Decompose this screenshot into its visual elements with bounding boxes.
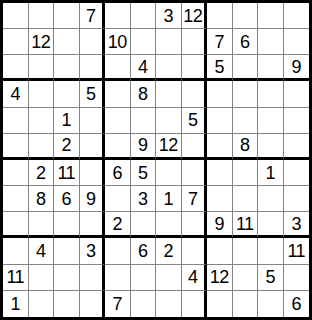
cell-r5c12-empty[interactable] bbox=[284, 108, 310, 134]
cell-r10c4-given[interactable]: 3 bbox=[80, 238, 106, 264]
cell-r6c6-given[interactable]: 9 bbox=[131, 134, 157, 160]
cell-r2c5-given[interactable]: 10 bbox=[105, 29, 131, 55]
cell-r6c7-given[interactable]: 12 bbox=[156, 134, 182, 160]
cell-r4c4-given[interactable]: 5 bbox=[80, 81, 106, 107]
cell-r6c2-empty[interactable] bbox=[29, 134, 55, 160]
cell-r12c6-empty[interactable] bbox=[131, 291, 157, 317]
cell-r12c10-empty[interactable] bbox=[233, 291, 259, 317]
cell-r7c3-given[interactable]: 11 bbox=[54, 160, 80, 186]
cell-r3c8-empty[interactable] bbox=[182, 55, 208, 81]
cell-r2c9-given[interactable]: 7 bbox=[207, 29, 233, 55]
cell-r3c2-empty[interactable] bbox=[29, 55, 55, 81]
cell-r3c5-empty[interactable] bbox=[105, 55, 131, 81]
cell-r6c4-empty[interactable] bbox=[80, 134, 106, 160]
cell-r10c1-empty[interactable] bbox=[3, 238, 29, 264]
cell-r4c9-empty[interactable] bbox=[207, 81, 233, 107]
cell-r11c7-empty[interactable] bbox=[156, 265, 182, 291]
cell-r5c5-empty[interactable] bbox=[105, 108, 131, 134]
cell-r11c3-empty[interactable] bbox=[54, 265, 80, 291]
cell-r10c6-given[interactable]: 6 bbox=[131, 238, 157, 264]
cell-r2c10-given[interactable]: 6 bbox=[233, 29, 259, 55]
cell-r1c10-empty[interactable] bbox=[233, 3, 259, 29]
cell-r4c2-empty[interactable] bbox=[29, 81, 55, 107]
cell-r3c10-empty[interactable] bbox=[233, 55, 259, 81]
cell-r5c1-empty[interactable] bbox=[3, 108, 29, 134]
cell-r5c9-empty[interactable] bbox=[207, 108, 233, 134]
cell-r12c5-given[interactable]: 7 bbox=[105, 291, 131, 317]
cell-r2c7-empty[interactable] bbox=[156, 29, 182, 55]
cell-r2c1-empty[interactable] bbox=[3, 29, 29, 55]
cell-r8c3-given[interactable]: 6 bbox=[54, 186, 80, 212]
cell-r12c2-empty[interactable] bbox=[29, 291, 55, 317]
cell-r3c11-empty[interactable] bbox=[258, 55, 284, 81]
cell-r1c11-empty[interactable] bbox=[258, 3, 284, 29]
sudoku-board: 7312121076459458152912821165186931729113… bbox=[0, 0, 312, 320]
cell-r1c5-empty[interactable] bbox=[105, 3, 131, 29]
cell-r7c4-empty[interactable] bbox=[80, 160, 106, 186]
cell-r8c6-given[interactable]: 3 bbox=[131, 186, 157, 212]
cell-r7c8-empty[interactable] bbox=[182, 160, 208, 186]
cell-r11c8-given[interactable]: 4 bbox=[182, 265, 208, 291]
cell-r1c3-empty[interactable] bbox=[54, 3, 80, 29]
cell-r9c7-empty[interactable] bbox=[156, 212, 182, 238]
cell-r6c10-given[interactable]: 8 bbox=[233, 134, 259, 160]
cell-r11c1-given[interactable]: 11 bbox=[3, 265, 29, 291]
cell-r4c11-empty[interactable] bbox=[258, 81, 284, 107]
cell-r4c1-given[interactable]: 4 bbox=[3, 81, 29, 107]
cell-r6c12-empty[interactable] bbox=[284, 134, 310, 160]
cell-r12c1-given[interactable]: 1 bbox=[3, 291, 29, 317]
cell-r5c2-empty[interactable] bbox=[29, 108, 55, 134]
cell-r11c2-empty[interactable] bbox=[29, 265, 55, 291]
cell-r4c8-empty[interactable] bbox=[182, 81, 208, 107]
cell-r7c7-empty[interactable] bbox=[156, 160, 182, 186]
cell-r6c5-empty[interactable] bbox=[105, 134, 131, 160]
cell-r7c1-empty[interactable] bbox=[3, 160, 29, 186]
cell-r10c3-empty[interactable] bbox=[54, 238, 80, 264]
cell-r2c12-empty[interactable] bbox=[284, 29, 310, 55]
cell-r11c4-empty[interactable] bbox=[80, 265, 106, 291]
cell-r1c9-empty[interactable] bbox=[207, 3, 233, 29]
cell-r7c12-empty[interactable] bbox=[284, 160, 310, 186]
cell-r8c5-empty[interactable] bbox=[105, 186, 131, 212]
cell-r10c7-given[interactable]: 2 bbox=[156, 238, 182, 264]
cell-r8c12-empty[interactable] bbox=[284, 186, 310, 212]
cell-r5c10-empty[interactable] bbox=[233, 108, 259, 134]
cell-r10c10-empty[interactable] bbox=[233, 238, 259, 264]
cell-r3c9-given[interactable]: 5 bbox=[207, 55, 233, 81]
cell-r8c2-given[interactable]: 8 bbox=[29, 186, 55, 212]
cell-r2c3-empty[interactable] bbox=[54, 29, 80, 55]
cell-r5c8-given[interactable]: 5 bbox=[182, 108, 208, 134]
cell-r3c12-given[interactable]: 9 bbox=[284, 55, 310, 81]
cell-r1c4-given[interactable]: 7 bbox=[80, 3, 106, 29]
cell-r12c3-empty[interactable] bbox=[54, 291, 80, 317]
cell-r6c3-given[interactable]: 2 bbox=[54, 134, 80, 160]
cell-r6c11-empty[interactable] bbox=[258, 134, 284, 160]
cell-r6c8-empty[interactable] bbox=[182, 134, 208, 160]
cell-r5c3-given[interactable]: 1 bbox=[54, 108, 80, 134]
cell-r8c4-given[interactable]: 9 bbox=[80, 186, 106, 212]
cell-r4c7-empty[interactable] bbox=[156, 81, 182, 107]
cell-r1c7-given[interactable]: 3 bbox=[156, 3, 182, 29]
cell-r10c11-empty[interactable] bbox=[258, 238, 284, 264]
cell-r9c6-empty[interactable] bbox=[131, 212, 157, 238]
cell-r3c3-empty[interactable] bbox=[54, 55, 80, 81]
cell-r4c6-given[interactable]: 8 bbox=[131, 81, 157, 107]
cell-r8c1-empty[interactable] bbox=[3, 186, 29, 212]
cell-r11c12-empty[interactable] bbox=[284, 265, 310, 291]
cell-r1c8-given[interactable]: 12 bbox=[182, 3, 208, 29]
cell-r9c8-empty[interactable] bbox=[182, 212, 208, 238]
cell-r11c11-given[interactable]: 5 bbox=[258, 265, 284, 291]
cell-r11c6-empty[interactable] bbox=[131, 265, 157, 291]
cell-r12c9-empty[interactable] bbox=[207, 291, 233, 317]
cell-r6c1-empty[interactable] bbox=[3, 134, 29, 160]
cell-r4c5-empty[interactable] bbox=[105, 81, 131, 107]
cell-r7c2-given[interactable]: 2 bbox=[29, 160, 55, 186]
cell-r9c4-empty[interactable] bbox=[80, 212, 106, 238]
cell-r7c11-given[interactable]: 1 bbox=[258, 160, 284, 186]
cell-r5c6-empty[interactable] bbox=[131, 108, 157, 134]
cell-r4c12-empty[interactable] bbox=[284, 81, 310, 107]
cell-r2c4-empty[interactable] bbox=[80, 29, 106, 55]
cell-r10c9-empty[interactable] bbox=[207, 238, 233, 264]
cell-r8c9-empty[interactable] bbox=[207, 186, 233, 212]
cell-r9c9-given[interactable]: 9 bbox=[207, 212, 233, 238]
cell-r1c12-empty[interactable] bbox=[284, 3, 310, 29]
cell-r7c9-empty[interactable] bbox=[207, 160, 233, 186]
cell-r6c9-empty[interactable] bbox=[207, 134, 233, 160]
cell-r12c4-empty[interactable] bbox=[80, 291, 106, 317]
cell-r10c8-empty[interactable] bbox=[182, 238, 208, 264]
cell-r8c7-given[interactable]: 1 bbox=[156, 186, 182, 212]
cell-r2c6-empty[interactable] bbox=[131, 29, 157, 55]
cell-r2c2-given[interactable]: 12 bbox=[29, 29, 55, 55]
cell-r5c4-empty[interactable] bbox=[80, 108, 106, 134]
cell-r10c12-given[interactable]: 11 bbox=[284, 238, 310, 264]
cell-r10c5-empty[interactable] bbox=[105, 238, 131, 264]
cell-r7c6-given[interactable]: 5 bbox=[131, 160, 157, 186]
cell-r2c11-empty[interactable] bbox=[258, 29, 284, 55]
cell-r1c2-empty[interactable] bbox=[29, 3, 55, 29]
cell-r9c11-empty[interactable] bbox=[258, 212, 284, 238]
cell-r9c2-empty[interactable] bbox=[29, 212, 55, 238]
cell-r9c1-empty[interactable] bbox=[3, 212, 29, 238]
cell-r5c11-empty[interactable] bbox=[258, 108, 284, 134]
cell-r3c1-empty[interactable] bbox=[3, 55, 29, 81]
cell-r3c7-empty[interactable] bbox=[156, 55, 182, 81]
cell-r9c3-empty[interactable] bbox=[54, 212, 80, 238]
cell-r5c7-empty[interactable] bbox=[156, 108, 182, 134]
cell-r12c11-empty[interactable] bbox=[258, 291, 284, 317]
cell-r9c12-given[interactable]: 3 bbox=[284, 212, 310, 238]
cell-r7c5-given[interactable]: 6 bbox=[105, 160, 131, 186]
cell-r9c10-given[interactable]: 11 bbox=[233, 212, 259, 238]
cell-r11c9-given[interactable]: 12 bbox=[207, 265, 233, 291]
cell-r9c5-given[interactable]: 2 bbox=[105, 212, 131, 238]
cell-r3c6-given[interactable]: 4 bbox=[131, 55, 157, 81]
cell-r8c8-given[interactable]: 7 bbox=[182, 186, 208, 212]
cell-r3c4-empty[interactable] bbox=[80, 55, 106, 81]
cell-r7c10-empty[interactable] bbox=[233, 160, 259, 186]
cell-r8c11-empty[interactable] bbox=[258, 186, 284, 212]
cell-r1c1-empty[interactable] bbox=[3, 3, 29, 29]
cell-r11c5-empty[interactable] bbox=[105, 265, 131, 291]
cell-r12c12-given[interactable]: 6 bbox=[284, 291, 310, 317]
cell-r12c7-empty[interactable] bbox=[156, 291, 182, 317]
cell-r1c6-empty[interactable] bbox=[131, 3, 157, 29]
cell-r10c2-given[interactable]: 4 bbox=[29, 238, 55, 264]
cell-r8c10-empty[interactable] bbox=[233, 186, 259, 212]
cell-r4c10-empty[interactable] bbox=[233, 81, 259, 107]
cell-r11c10-empty[interactable] bbox=[233, 265, 259, 291]
cell-r12c8-empty[interactable] bbox=[182, 291, 208, 317]
cell-r2c8-empty[interactable] bbox=[182, 29, 208, 55]
cell-r4c3-empty[interactable] bbox=[54, 81, 80, 107]
